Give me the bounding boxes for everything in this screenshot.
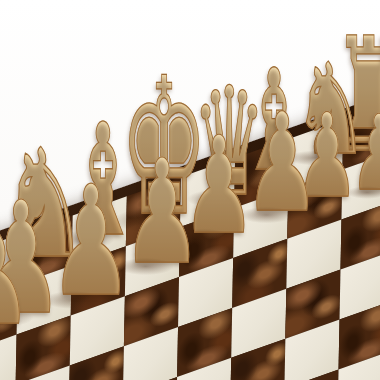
chess-board <box>0 100 380 380</box>
board-frame <box>0 86 380 380</box>
square-h3 <box>0 335 17 380</box>
chess-set-photo: ♜♞♝♛♚♝♞♟♟♟♟♟♟♟♟ <box>0 0 380 380</box>
